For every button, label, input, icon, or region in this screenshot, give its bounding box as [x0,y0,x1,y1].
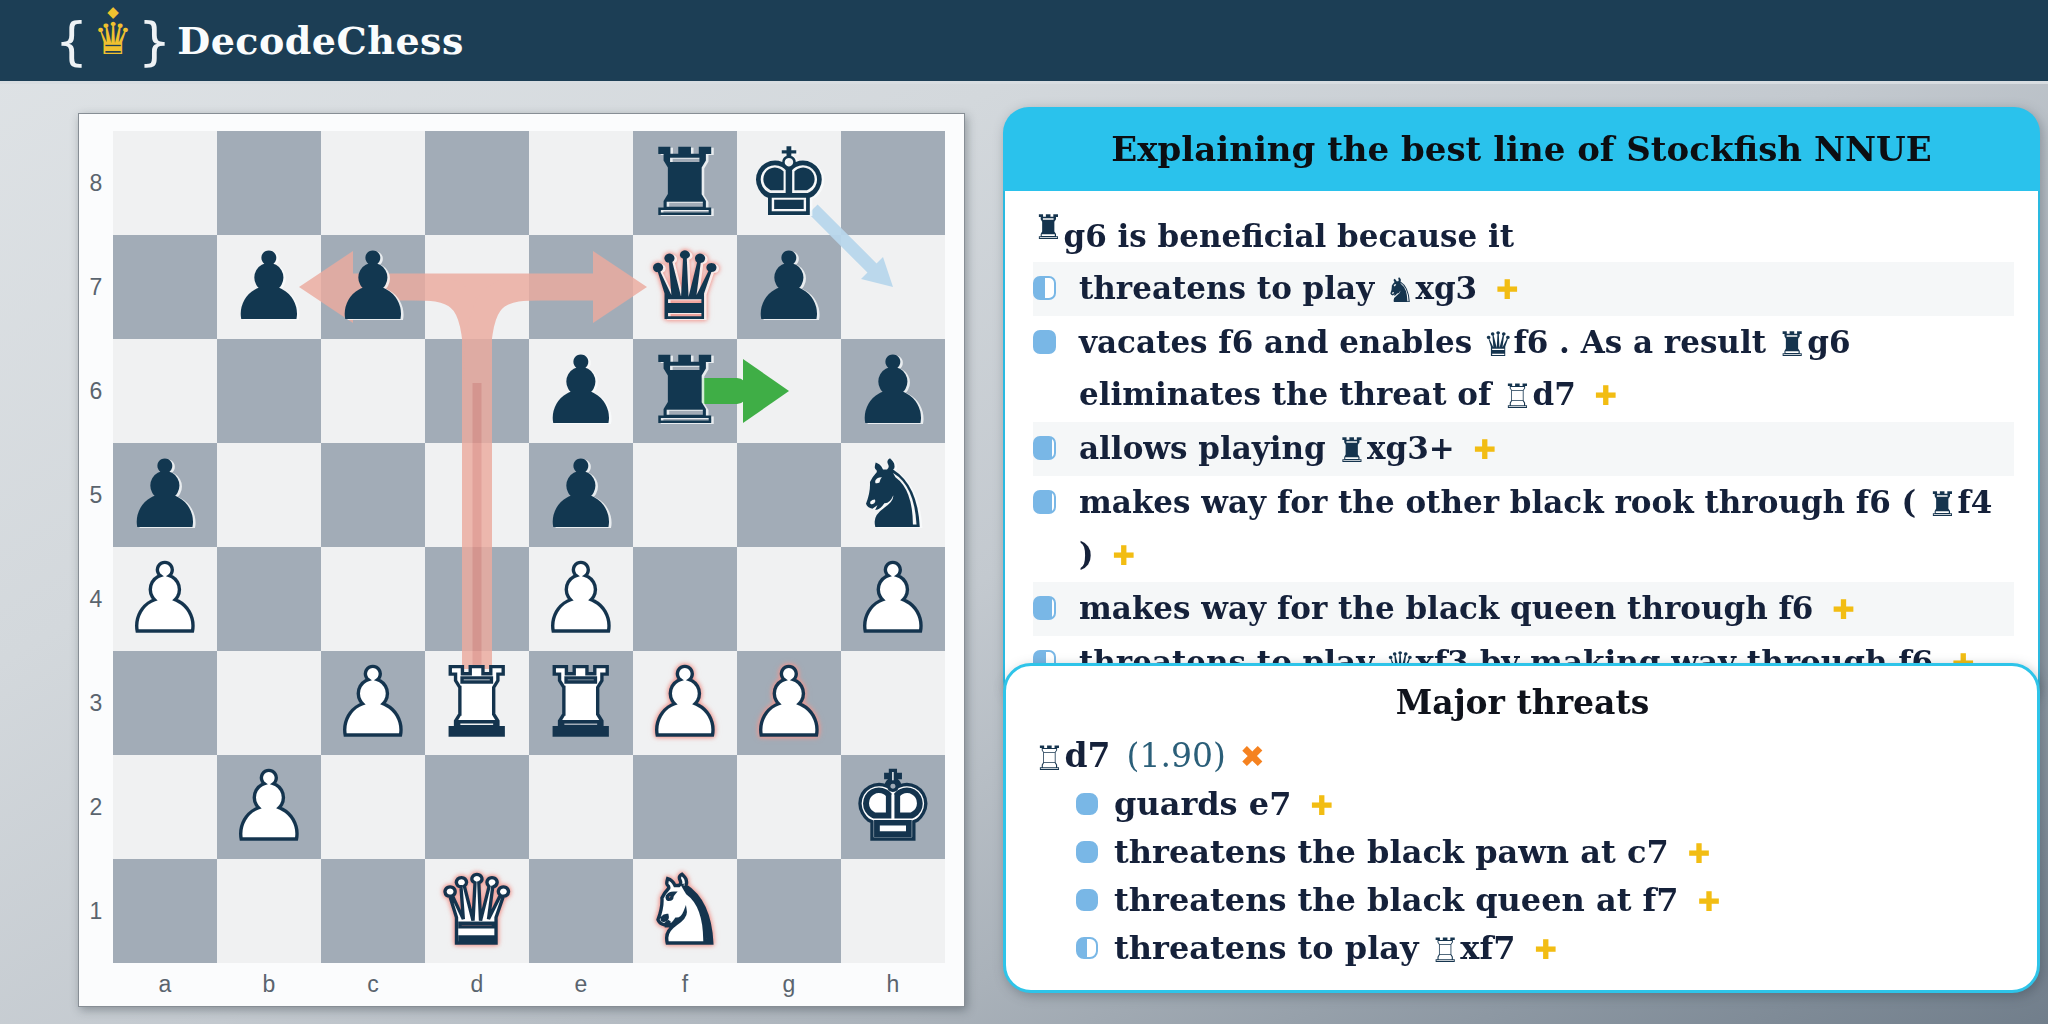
black-rook-icon: ♜ [1033,210,1063,244]
text: f6 . As a result [1513,324,1776,360]
square-b1[interactable] [217,859,321,963]
square-c8[interactable] [321,131,425,235]
text: makes way for the other black rook throu… [1079,484,1927,520]
bullet-capsule [1076,841,1098,863]
piece-e4-white-pawn[interactable]: ♟ [529,547,633,651]
square-d7[interactable] [425,235,529,339]
square-b8[interactable] [217,131,321,235]
explain-panel-header: Explaining the best line of Stockfish NN… [1003,107,2040,191]
expand-plus-icon[interactable]: ✚ [1824,594,1859,625]
square-b4[interactable] [217,547,321,651]
bullet-capsule [1033,330,1056,354]
square-d6[interactable] [425,339,529,443]
square-b6[interactable] [217,339,321,443]
square-b3[interactable] [217,651,321,755]
rank-label-3: 3 [85,651,107,755]
square-e8[interactable] [529,131,633,235]
major-threats-title: Major threats [1034,680,2011,726]
threat-bullet-row: threatens the black queen at f7 ✚ [1034,877,2011,925]
square-g6[interactable] [737,339,841,443]
expand-plus-icon[interactable]: ✚ [1527,934,1562,965]
square-a8[interactable] [113,131,217,235]
square-c2[interactable] [321,755,425,859]
explain-panel-body: ♜g6 is beneficial because itthreatens to… [1003,191,2040,706]
expand-plus-icon[interactable]: ✚ [1680,838,1715,869]
threat-sub-list: guards e7 ✚threatens the black pawn at c… [1034,781,2011,973]
square-g4[interactable] [737,547,841,651]
piece-f7-black-queen[interactable]: ♛ [633,235,737,339]
piece-e6-black-pawn[interactable]: ♟ [529,339,633,443]
square-a3[interactable] [113,651,217,755]
explain-bullet-row: vacates f6 and enables ♛f6 . As a result… [1033,316,2014,422]
text: d7 [1064,736,1110,775]
bullet-capsule [1033,490,1056,514]
square-g5[interactable] [737,443,841,547]
square-g2[interactable] [737,755,841,859]
text: xg3+ [1367,430,1466,466]
square-c1[interactable] [321,859,425,963]
file-label-c: c [321,971,425,998]
square-d5[interactable] [425,443,529,547]
square-h7[interactable] [841,235,945,339]
bullet-capsule [1033,436,1056,460]
bullet-capsule [1076,889,1098,911]
page: { ◆♛ } DecodeChess ♜♚♟♟♛♟♟♜♟♟♟♞♟♟♟♟♜♜♟♟♟… [0,0,2048,1024]
top-header-bar: { ◆♛ } DecodeChess [0,0,2048,84]
file-label-e: e [529,971,633,998]
rank-label-4: 4 [85,547,107,651]
text: guards e7 [1114,785,1303,823]
logo-brace-left: { [55,15,88,67]
text: xg3 [1415,270,1488,306]
chess-board: ♜♚♟♟♛♟♟♜♟♟♟♞♟♟♟♟♜♜♟♟♟♚♛♞ 87654321 abcdef… [78,113,965,1007]
square-f4[interactable] [633,547,737,651]
square-c4[interactable] [321,547,425,651]
piece-f3-white-pawn[interactable]: ♟ [633,651,737,755]
threat-bullet-row: guards e7 ✚ [1034,781,2011,829]
expand-plus-icon[interactable]: ✚ [1104,540,1139,571]
text: g6 is beneficial because it [1063,210,1514,262]
text: d7 [1533,376,1587,412]
square-a1[interactable] [113,859,217,963]
dismiss-x-icon[interactable]: ✖ [1226,739,1265,774]
white-rook-icon: ♖ [1502,376,1532,416]
rank-label-6: 6 [85,339,107,443]
square-c6[interactable] [321,339,425,443]
file-label-h: h [841,971,945,998]
piece-b7-black-pawn[interactable]: ♟ [217,235,321,339]
square-d8[interactable] [425,131,529,235]
piece-h4-white-pawn[interactable]: ♟ [841,547,945,651]
text: threatens the black pawn at c7 [1114,833,1680,871]
square-a2[interactable] [113,755,217,859]
expand-plus-icon[interactable]: ✚ [1587,380,1622,411]
expand-plus-icon[interactable]: ✚ [1466,434,1501,465]
piece-g3-white-pawn[interactable]: ♟ [737,651,841,755]
bullet-capsule [1076,793,1098,815]
white-rook-icon: ♖ [1430,930,1460,970]
piece-e3-white-rook[interactable]: ♜ [529,651,633,755]
square-f2[interactable] [633,755,737,859]
eval-score: (1.90) [1111,736,1226,775]
square-e1[interactable] [529,859,633,963]
file-label-a: a [113,971,217,998]
square-d4[interactable] [425,547,529,651]
text: makes way for the black queen through f6 [1079,590,1824,626]
white-rook-icon: ♖ [1034,738,1064,778]
rank-label-7: 7 [85,235,107,339]
piece-e5-black-pawn[interactable]: ♟ [529,443,633,547]
square-a7[interactable] [113,235,217,339]
explain-panel-title: Explaining the best line of Stockfish NN… [1111,129,1931,169]
text: threatens to play [1114,929,1430,967]
piece-f8-black-rook[interactable]: ♜ [633,131,737,235]
rank-label-5: 5 [85,443,107,547]
piece-c3-white-pawn[interactable]: ♟ [321,651,425,755]
square-h8[interactable] [841,131,945,235]
bullet-capsule [1033,276,1056,300]
piece-f1-white-knight[interactable]: ♞ [633,859,737,963]
file-label-f: f [633,971,737,998]
bullet-capsule [1076,937,1098,959]
text: threatens the black queen at f7 [1114,881,1690,919]
black-queen-icon: ♛ [1483,324,1513,364]
expand-plus-icon[interactable]: ✚ [1690,886,1725,917]
piece-a4-white-pawn[interactable]: ♟ [113,547,217,651]
piece-g7-black-pawn[interactable]: ♟ [737,235,841,339]
piece-h5-black-knight[interactable]: ♞ [841,443,945,547]
piece-g8-black-king[interactable]: ♚ [737,131,841,235]
piece-a5-black-pawn[interactable]: ♟ [113,443,217,547]
text: threatens to play [1079,270,1385,306]
file-label-b: b [217,971,321,998]
piece-b2-white-pawn[interactable]: ♟ [217,755,321,859]
logo-brace-right: } [138,15,171,67]
rank-label-8: 8 [85,131,107,235]
black-rook-icon: ♜ [1337,430,1367,470]
piece-d1-white-queen[interactable]: ♛ [425,859,529,963]
piece-h2-white-king[interactable]: ♚ [841,755,945,859]
piece-c7-black-pawn[interactable]: ♟ [321,235,425,339]
square-e2[interactable] [529,755,633,859]
explain-intro-line: ♜g6 is beneficial because it [1033,210,2014,262]
file-label-d: d [425,971,529,998]
piece-f6-black-rook[interactable]: ♜ [633,339,737,443]
explain-bullet-row: threatens to play ♞xg3 ✚ [1033,262,2014,316]
expand-plus-icon[interactable]: ✚ [1488,274,1523,305]
file-label-g: g [737,971,841,998]
explain-panel: Explaining the best line of Stockfish NN… [1003,107,2040,706]
square-e7[interactable] [529,235,633,339]
black-knight-icon: ♞ [1385,270,1415,310]
rank-label-1: 1 [85,859,107,963]
major-threats-panel: Major threats ♖d7(1.90)✖ guards e7 ✚thre… [1003,663,2040,993]
square-b5[interactable] [217,443,321,547]
explain-bullet-row: makes way for the black queen through f6… [1033,582,2014,636]
square-g1[interactable] [737,859,841,963]
text: allows playing [1079,430,1337,466]
text: vacates f6 and enables [1079,324,1483,360]
piece-d3-white-rook[interactable]: ♜ [425,651,529,755]
black-rook-icon: ♜ [1927,484,1957,524]
square-d2[interactable] [425,755,529,859]
threat-main-move[interactable]: ♖d7(1.90)✖ [1034,732,2011,781]
square-h3[interactable] [841,651,945,755]
logo-text[interactable]: DecodeChess [177,18,464,63]
text: xf7 [1460,929,1526,967]
explain-bullet-row: allows playing ♜xg3+ ✚ [1033,422,2014,476]
piece-h6-black-pawn[interactable]: ♟ [841,339,945,443]
explain-bullet-row: makes way for the other black rook throu… [1033,476,2014,582]
square-c5[interactable] [321,443,425,547]
square-a6[interactable] [113,339,217,443]
bullet-capsule [1033,596,1056,620]
rank-label-2: 2 [85,755,107,859]
expand-plus-icon[interactable]: ✚ [1303,790,1338,821]
threat-bullet-row: threatens the black pawn at c7 ✚ [1034,829,2011,877]
crown-icon: ◆♛ [88,19,138,63]
square-f5[interactable] [633,443,737,547]
black-rook-icon: ♜ [1777,324,1807,364]
square-h1[interactable] [841,859,945,963]
threat-bullet-row: threatens to play ♖xf7 ✚ [1034,925,2011,973]
